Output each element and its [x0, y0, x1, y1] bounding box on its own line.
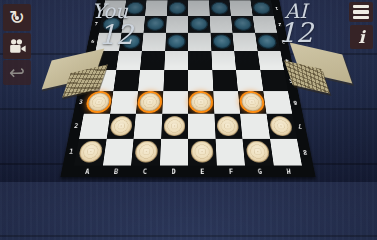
ai-piece-count: 12: [270, 19, 322, 47]
board-square[interactable]: [188, 91, 214, 114]
info-button[interactable]: i: [350, 25, 373, 49]
board-square[interactable]: [242, 138, 273, 165]
board-square[interactable]: [106, 114, 136, 139]
board-square[interactable]: [188, 16, 210, 33]
player-piece[interactable]: [241, 93, 264, 111]
board-square[interactable]: [110, 91, 138, 114]
board-square[interactable]: [266, 114, 297, 139]
ai-piece[interactable]: [253, 2, 272, 14]
menu-button[interactable]: [349, 2, 373, 22]
board-square[interactable]: [162, 91, 188, 114]
board-square[interactable]: [161, 114, 188, 139]
board-square[interactable]: [233, 33, 258, 51]
ai-piece[interactable]: [169, 2, 186, 14]
ai-piece[interactable]: [190, 18, 208, 31]
board-square[interactable]: [167, 0, 188, 16]
player-piece-count: 12: [90, 21, 142, 49]
ai-piece[interactable]: [146, 18, 164, 31]
coordinate-label: E: [188, 166, 217, 178]
info-icon: i: [358, 27, 364, 47]
board-square[interactable]: [103, 138, 134, 165]
board-square[interactable]: [131, 138, 161, 165]
board-square[interactable]: [213, 91, 240, 114]
player-capture-tray: [36, 54, 112, 100]
board-square[interactable]: [211, 51, 236, 70]
board-square[interactable]: [160, 138, 188, 165]
board-square[interactable]: [79, 114, 110, 139]
coordinate-label: C: [130, 166, 160, 178]
camera-button[interactable]: [3, 33, 31, 59]
board-square[interactable]: [209, 16, 232, 33]
player-piece[interactable]: [191, 93, 212, 111]
ai-piece[interactable]: [213, 34, 232, 48]
board-square[interactable]: [164, 51, 188, 70]
board-square[interactable]: [212, 70, 238, 91]
player-piece[interactable]: [217, 116, 240, 136]
coordinate-label: F: [216, 166, 246, 178]
board-square[interactable]: [165, 33, 188, 51]
board-square[interactable]: [238, 91, 266, 114]
board-square[interactable]: [138, 70, 164, 91]
player-piece[interactable]: [269, 116, 294, 136]
board-square[interactable]: [215, 138, 245, 165]
board-square[interactable]: [166, 16, 188, 33]
player-piece[interactable]: [109, 116, 133, 136]
player-piece[interactable]: [191, 141, 214, 163]
board-square[interactable]: [143, 16, 166, 33]
coordinate-label: H: [273, 166, 304, 178]
player-piece[interactable]: [134, 141, 158, 163]
ai-piece[interactable]: [167, 34, 185, 48]
player-piece[interactable]: [164, 116, 186, 136]
board-square[interactable]: [270, 138, 302, 165]
coordinate-label: B: [101, 166, 131, 178]
board-square[interactable]: [163, 70, 188, 91]
coordinate-label: D: [159, 166, 188, 178]
board-square[interactable]: [140, 51, 165, 70]
board-square[interactable]: [188, 51, 212, 70]
board-square[interactable]: [113, 70, 140, 91]
board-square[interactable]: [240, 114, 270, 139]
hamburger-menu-icon: [353, 5, 369, 20]
board-square[interactable]: [231, 16, 255, 33]
board-square[interactable]: [214, 114, 242, 139]
ai-capture-tray: [282, 50, 358, 96]
player-piece[interactable]: [77, 141, 103, 163]
board-square[interactable]: [257, 51, 284, 70]
coordinate-label: A: [72, 166, 103, 178]
board-square[interactable]: [229, 0, 252, 16]
board-square[interactable]: [188, 70, 213, 91]
ai-piece[interactable]: [211, 2, 229, 14]
board-square[interactable]: [188, 0, 209, 16]
board-square[interactable]: [236, 70, 263, 91]
restart-icon-dot: [15, 16, 19, 20]
board-square[interactable]: [136, 91, 163, 114]
board-square[interactable]: [210, 33, 234, 51]
ai-piece[interactable]: [233, 18, 252, 31]
undo-button[interactable]: ↩: [3, 60, 31, 85]
board-square[interactable]: [234, 51, 260, 70]
player-piece[interactable]: [139, 93, 161, 111]
board-square[interactable]: [188, 114, 215, 139]
board-square[interactable]: [142, 33, 166, 51]
board-square[interactable]: [134, 114, 162, 139]
board-square[interactable]: [74, 138, 106, 165]
file-labels-bottom: ABCDEFGH: [72, 166, 304, 178]
board-square[interactable]: [116, 51, 142, 70]
board-square[interactable]: [188, 33, 211, 51]
coordinate-label: G: [245, 166, 275, 178]
board-square[interactable]: [145, 0, 167, 16]
board-square[interactable]: [188, 138, 216, 165]
camera-icon: [8, 38, 27, 55]
player-piece[interactable]: [245, 141, 270, 163]
restart-button[interactable]: ↻: [3, 4, 31, 31]
undo-icon: ↩: [9, 63, 25, 82]
board-square[interactable]: [209, 0, 231, 16]
